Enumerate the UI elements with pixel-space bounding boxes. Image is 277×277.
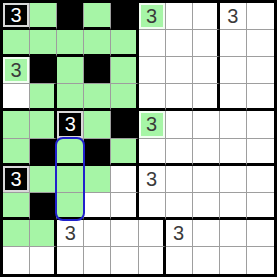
cell-r5-c1[interactable] — [30, 139, 57, 166]
cell-r9-c3[interactable] — [84, 247, 111, 274]
cell-r2-c9[interactable] — [247, 57, 274, 84]
cell-r9-c4[interactable] — [111, 247, 138, 274]
cell-r2-c1[interactable] — [30, 57, 57, 84]
cell-r7-c5[interactable] — [139, 193, 166, 220]
cell-r4-c3[interactable] — [84, 111, 111, 138]
cell-r6-c7[interactable] — [193, 166, 220, 193]
cell-r7-c0[interactable] — [3, 193, 30, 220]
cell-r9-c5[interactable] — [139, 247, 166, 274]
cell-r7-c2[interactable] — [57, 193, 84, 220]
cell-r4-c4[interactable] — [111, 111, 138, 138]
cell-r4-c0[interactable] — [3, 111, 30, 138]
cell-r9-c9[interactable] — [247, 247, 274, 274]
cell-r4-c9[interactable] — [247, 111, 274, 138]
cell-r2-c5[interactable] — [139, 57, 166, 84]
cell-r1-c9[interactable] — [247, 30, 274, 57]
cell-r3-c8[interactable] — [220, 84, 247, 111]
cell-r4-c6[interactable] — [166, 111, 193, 138]
cell-r4-c2[interactable]: 3 — [57, 111, 84, 138]
cell-r3-c6[interactable] — [166, 84, 193, 111]
cell-r1-c8[interactable] — [220, 30, 247, 57]
cell-r7-c7[interactable] — [193, 193, 220, 220]
cell-r0-c3[interactable] — [84, 3, 111, 30]
cell-r6-c1[interactable] — [30, 166, 57, 193]
cell-r8-c6[interactable]: 3 — [166, 220, 193, 247]
cell-r4-c7[interactable] — [193, 111, 220, 138]
cell-r3-c4[interactable] — [111, 84, 138, 111]
cell-r9-c6[interactable] — [166, 247, 193, 274]
cell-r3-c2[interactable] — [57, 84, 84, 111]
cell-r6-c0[interactable]: 3 — [3, 166, 30, 193]
cell-r6-c6[interactable] — [166, 166, 193, 193]
puzzle-board-stage: 3333333333 — [0, 0, 277, 277]
cell-r0-c2[interactable] — [57, 3, 84, 30]
cell-r3-c9[interactable] — [247, 84, 274, 111]
cell-r5-c4[interactable] — [111, 139, 138, 166]
cell-r8-c9[interactable] — [247, 220, 274, 247]
cell-r1-c0[interactable] — [3, 30, 30, 57]
cell-r9-c1[interactable] — [30, 247, 57, 274]
cell-r2-c3[interactable] — [84, 57, 111, 84]
cell-r6-c5[interactable]: 3 — [139, 166, 166, 193]
cell-r1-c7[interactable] — [193, 30, 220, 57]
cell-r9-c2[interactable] — [57, 247, 84, 274]
cell-r0-c6[interactable] — [166, 3, 193, 30]
cell-r9-c7[interactable] — [193, 247, 220, 274]
cell-r5-c8[interactable] — [220, 139, 247, 166]
cell-r7-c9[interactable] — [247, 193, 274, 220]
cell-r5-c6[interactable] — [166, 139, 193, 166]
cell-r0-c7[interactable] — [193, 3, 220, 30]
cell-r1-c1[interactable] — [30, 30, 57, 57]
cell-r5-c2[interactable] — [57, 139, 84, 166]
cell-r8-c3[interactable] — [84, 220, 111, 247]
cell-r7-c6[interactable] — [166, 193, 193, 220]
cell-r5-c7[interactable] — [193, 139, 220, 166]
cell-r0-c1[interactable] — [30, 3, 57, 30]
cell-r4-c5[interactable]: 3 — [139, 111, 166, 138]
cell-r6-c2[interactable] — [57, 166, 84, 193]
cell-r6-c9[interactable] — [247, 166, 274, 193]
cell-r6-c4[interactable] — [111, 166, 138, 193]
cell-r6-c8[interactable] — [220, 166, 247, 193]
cell-r7-c4[interactable] — [111, 193, 138, 220]
cell-r1-c4[interactable] — [111, 30, 138, 57]
cell-r8-c0[interactable] — [3, 220, 30, 247]
cell-r6-c3[interactable] — [84, 166, 111, 193]
cell-r2-c2[interactable] — [57, 57, 84, 84]
cell-r1-c6[interactable] — [166, 30, 193, 57]
cell-r8-c1[interactable] — [30, 220, 57, 247]
cell-r8-c5[interactable] — [139, 220, 166, 247]
cell-r3-c5[interactable] — [139, 84, 166, 111]
cell-r2-c8[interactable] — [220, 57, 247, 84]
cell-r3-c3[interactable] — [84, 84, 111, 111]
cell-r5-c3[interactable] — [84, 139, 111, 166]
cell-r8-c4[interactable] — [111, 220, 138, 247]
cell-r3-c0[interactable] — [3, 84, 30, 111]
cell-r8-c8[interactable] — [220, 220, 247, 247]
cell-r9-c0[interactable] — [3, 247, 30, 274]
cell-r5-c5[interactable] — [139, 139, 166, 166]
cell-r2-c0[interactable]: 3 — [3, 57, 30, 84]
cell-r2-c6[interactable] — [166, 57, 193, 84]
cell-r4-c1[interactable] — [30, 111, 57, 138]
cell-r9-c8[interactable] — [220, 247, 247, 274]
cell-r7-c8[interactable] — [220, 193, 247, 220]
cell-r0-c8[interactable]: 3 — [220, 3, 247, 30]
cell-r1-c2[interactable] — [57, 30, 84, 57]
cell-r7-c3[interactable] — [84, 193, 111, 220]
cell-r0-c0[interactable]: 3 — [3, 3, 30, 30]
cell-r0-c9[interactable] — [247, 3, 274, 30]
cell-r8-c7[interactable] — [193, 220, 220, 247]
cell-r0-c4[interactable] — [111, 3, 138, 30]
cell-r4-c8[interactable] — [220, 111, 247, 138]
cell-r2-c4[interactable] — [111, 57, 138, 84]
cell-r2-c7[interactable] — [193, 57, 220, 84]
cell-r3-c1[interactable] — [30, 84, 57, 111]
cell-r0-c5[interactable]: 3 — [139, 3, 166, 30]
cell-r8-c2[interactable]: 3 — [57, 220, 84, 247]
cell-r1-c3[interactable] — [84, 30, 111, 57]
cell-r5-c0[interactable] — [3, 139, 30, 166]
board-grid: 3333333333 — [0, 0, 277, 277]
cell-r3-c7[interactable] — [193, 84, 220, 111]
cell-r7-c1[interactable] — [30, 193, 57, 220]
cell-r1-c5[interactable] — [139, 30, 166, 57]
cell-r5-c9[interactable] — [247, 139, 274, 166]
